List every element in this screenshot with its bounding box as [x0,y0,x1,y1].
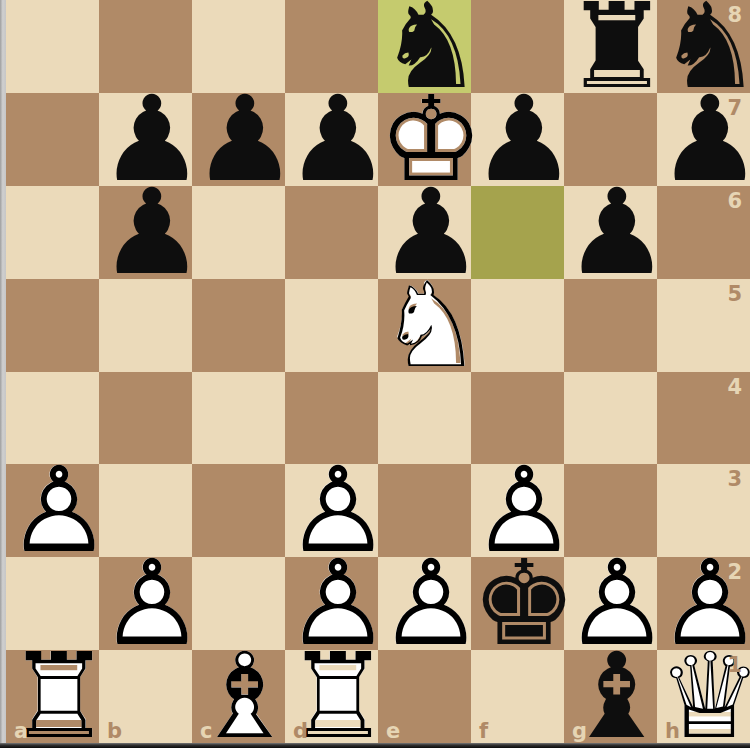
piece-white-pawn-fill: ♟ [657,557,750,650]
piece-white-pawn-fill: ♟ [285,557,378,650]
square-a1[interactable]: ♜♖a [6,650,99,743]
window-left-edge [0,0,6,748]
square-d5[interactable] [285,279,378,372]
square-f4[interactable] [471,372,564,465]
square-e4[interactable] [378,372,471,465]
piece-white-pawn[interactable]: ♙ [99,557,192,650]
piece-white-queen-fill: ♛ [657,650,750,743]
piece-white-pawn[interactable]: ♙ [564,557,657,650]
square-f2[interactable]: ♚ [471,557,564,650]
square-b6[interactable]: ♟ [99,186,192,279]
piece-black-pawn[interactable]: ♟ [285,93,378,186]
square-a8[interactable] [6,0,99,93]
piece-white-pawn-fill: ♟ [285,464,378,557]
file-label-a: a [14,721,28,742]
square-g3[interactable] [564,464,657,557]
square-c6[interactable] [192,186,285,279]
rank-label-6: 6 [727,191,742,212]
piece-black-pawn[interactable]: ♟ [471,93,564,186]
piece-white-pawn[interactable]: ♙ [378,557,471,650]
file-label-d: d [293,721,308,742]
square-d8[interactable] [285,0,378,93]
file-label-g: g [572,721,587,742]
square-f5[interactable] [471,279,564,372]
square-e2[interactable]: ♟♙ [378,557,471,650]
square-f1[interactable]: f [471,650,564,743]
screenshot-root: ♞♜♞8♟♟♟♚♔♟♟7♟♟♟6♞♘54♟♙♟♙♟♙3♟♙♟♙♟♙♚♟♙♟♙2♜… [0,0,750,748]
file-label-h: h [665,721,680,742]
piece-white-pawn-fill: ♟ [6,464,99,557]
square-d2[interactable]: ♟♙ [285,557,378,650]
piece-white-knight[interactable]: ♘ [378,279,471,372]
square-d1[interactable]: ♜♖d [285,650,378,743]
piece-white-bishop-fill: ♝ [192,650,285,743]
square-h4[interactable]: 4 [657,372,750,465]
square-g5[interactable] [564,279,657,372]
square-g1[interactable]: ♝g [564,650,657,743]
square-c1[interactable]: ♝♗c [192,650,285,743]
square-e1[interactable]: e [378,650,471,743]
piece-white-pawn-fill: ♟ [471,464,564,557]
file-label-e: e [386,721,400,742]
square-d6[interactable] [285,186,378,279]
piece-white-rook[interactable]: ♖ [6,650,99,743]
square-g6[interactable]: ♟ [564,186,657,279]
rank-label-7: 7 [727,98,742,119]
square-h3[interactable]: 3 [657,464,750,557]
rank-label-8: 8 [727,5,742,26]
piece-white-knight-fill: ♞ [378,279,471,372]
piece-black-pawn[interactable]: ♟ [564,186,657,279]
square-b5[interactable] [99,279,192,372]
square-a4[interactable] [6,372,99,465]
piece-white-king[interactable]: ♔ [378,93,471,186]
square-b8[interactable] [99,0,192,93]
square-a5[interactable] [6,279,99,372]
piece-white-pawn[interactable]: ♙ [285,557,378,650]
piece-black-king[interactable]: ♚ [471,557,564,650]
square-d7[interactable]: ♟ [285,93,378,186]
piece-white-pawn[interactable]: ♙ [657,557,750,650]
square-f6[interactable] [471,186,564,279]
file-label-c: c [200,721,212,742]
piece-white-rook[interactable]: ♖ [285,650,378,743]
piece-black-bishop[interactable]: ♝ [564,650,657,743]
square-a6[interactable] [6,186,99,279]
piece-white-pawn[interactable]: ♙ [471,464,564,557]
square-b3[interactable] [99,464,192,557]
window-bottom-edge [0,743,750,748]
square-g8[interactable]: ♜ [564,0,657,93]
piece-white-pawn[interactable]: ♙ [285,464,378,557]
rank-label-5: 5 [727,284,742,305]
piece-black-rook[interactable]: ♜ [564,0,657,93]
piece-white-king-fill: ♚ [378,93,471,186]
square-e5[interactable]: ♞♘ [378,279,471,372]
square-c5[interactable] [192,279,285,372]
piece-white-bishop[interactable]: ♗ [192,650,285,743]
square-b4[interactable] [99,372,192,465]
piece-black-pawn[interactable]: ♟ [192,93,285,186]
square-c8[interactable] [192,0,285,93]
square-g7[interactable] [564,93,657,186]
square-g2[interactable]: ♟♙ [564,557,657,650]
square-f3[interactable]: ♟♙ [471,464,564,557]
square-h6[interactable]: 6 [657,186,750,279]
square-a7[interactable] [6,93,99,186]
file-label-f: f [479,721,488,742]
square-a2[interactable] [6,557,99,650]
piece-black-pawn[interactable]: ♟ [99,186,192,279]
piece-white-pawn-fill: ♟ [378,557,471,650]
square-b7[interactable]: ♟ [99,93,192,186]
square-d3[interactable]: ♟♙ [285,464,378,557]
square-f8[interactable] [471,0,564,93]
square-e6[interactable]: ♟ [378,186,471,279]
piece-white-pawn-fill: ♟ [99,557,192,650]
square-e8[interactable]: ♞ [378,0,471,93]
square-h8[interactable]: ♞8 [657,0,750,93]
piece-black-pawn[interactable]: ♟ [99,93,192,186]
piece-black-knight[interactable]: ♞ [378,0,471,93]
piece-black-pawn[interactable]: ♟ [378,186,471,279]
square-e3[interactable] [378,464,471,557]
square-g4[interactable] [564,372,657,465]
file-label-b: b [107,721,122,742]
piece-white-rook-fill: ♜ [6,650,99,743]
rank-label-2: 2 [727,562,742,583]
piece-white-rook-fill: ♜ [285,650,378,743]
square-c7[interactable]: ♟ [192,93,285,186]
chess-board[interactable]: ♞♜♞8♟♟♟♚♔♟♟7♟♟♟6♞♘54♟♙♟♙♟♙3♟♙♟♙♟♙♚♟♙♟♙2♜… [6,0,750,743]
square-h2[interactable]: ♟♙2 [657,557,750,650]
square-c4[interactable] [192,372,285,465]
piece-white-queen[interactable]: ♕ [657,650,750,743]
square-e7[interactable]: ♚♔ [378,93,471,186]
piece-white-pawn[interactable]: ♙ [6,464,99,557]
rank-label-1: 1 [727,655,742,676]
rank-label-4: 4 [727,377,742,398]
square-f7[interactable]: ♟ [471,93,564,186]
square-h1[interactable]: ♛♕1h [657,650,750,743]
piece-black-pawn[interactable]: ♟ [657,93,750,186]
square-d4[interactable] [285,372,378,465]
square-h7[interactable]: ♟7 [657,93,750,186]
square-c3[interactable] [192,464,285,557]
square-b2[interactable]: ♟♙ [99,557,192,650]
square-b1[interactable]: b [99,650,192,743]
square-a3[interactable]: ♟♙ [6,464,99,557]
square-h5[interactable]: 5 [657,279,750,372]
rank-label-3: 3 [727,469,742,490]
piece-black-knight[interactable]: ♞ [657,0,750,93]
square-c2[interactable] [192,557,285,650]
piece-white-pawn-fill: ♟ [564,557,657,650]
